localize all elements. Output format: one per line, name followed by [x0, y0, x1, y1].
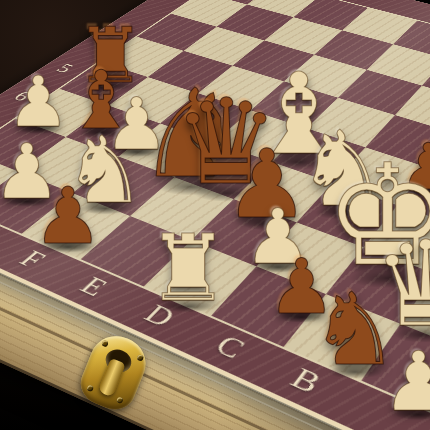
pieces-layer: ♜♟♝♟♝♞♟♛♟♞♞♟♟♟♚♜♟♛♞♟: [0, 0, 430, 430]
piece-dark-pawn-f8: ♟: [33, 177, 103, 255]
chess-set-photo: FEDCB56 ♜♟♝♟♝♞♟♛♟♞♞♟♟♟♚♜♟♛♞♟: [0, 0, 430, 430]
piece-light-pawn-a8: ♟: [382, 341, 430, 423]
piece-light-rook-d8: ♜: [147, 223, 229, 315]
